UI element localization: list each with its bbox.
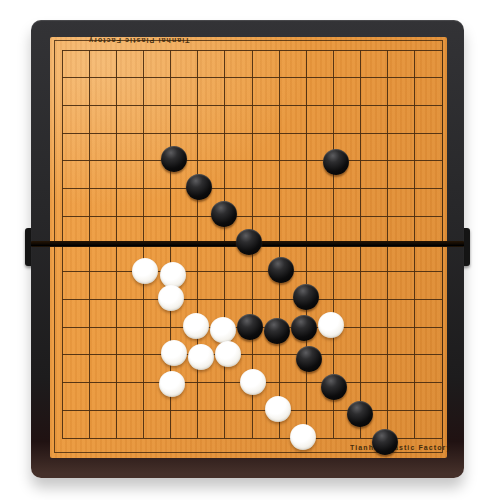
black-stone[interactable] xyxy=(372,429,398,455)
white-stone[interactable] xyxy=(318,312,344,338)
white-stone[interactable] xyxy=(158,285,184,311)
black-stone[interactable] xyxy=(264,318,290,344)
black-stone[interactable] xyxy=(237,314,263,340)
white-stone[interactable] xyxy=(160,262,186,288)
black-stone[interactable] xyxy=(268,257,294,283)
grid-line-h xyxy=(62,354,442,355)
black-stone[interactable] xyxy=(293,284,319,310)
black-stone[interactable] xyxy=(291,315,317,341)
white-stone[interactable] xyxy=(159,371,185,397)
black-stone[interactable] xyxy=(236,229,262,255)
black-stone[interactable] xyxy=(296,346,322,372)
black-stone[interactable] xyxy=(161,146,187,172)
white-stone[interactable] xyxy=(210,317,236,343)
white-stone[interactable] xyxy=(290,424,316,450)
white-stone[interactable] xyxy=(265,396,291,422)
black-stone[interactable] xyxy=(347,401,373,427)
white-stone[interactable] xyxy=(161,340,187,366)
black-stone[interactable] xyxy=(211,201,237,227)
white-stone[interactable] xyxy=(188,344,214,370)
white-stone[interactable] xyxy=(215,341,241,367)
white-stone[interactable] xyxy=(240,369,266,395)
product-photo: Tianhai Plastic Factory Tianhai Plastic … xyxy=(0,0,495,500)
black-stone[interactable] xyxy=(323,149,349,175)
black-stone[interactable] xyxy=(321,374,347,400)
grid-line-h xyxy=(62,299,442,300)
white-stone[interactable] xyxy=(183,313,209,339)
brand-label-top: Tianhai Plastic Factory xyxy=(88,37,189,44)
grid-line-h xyxy=(62,410,442,411)
brand-label-bottom: Tianhai Plastic Factory xyxy=(350,444,451,451)
grid-line-h xyxy=(62,271,442,272)
black-stone[interactable] xyxy=(186,174,212,200)
board-surface: Tianhai Plastic Factory Tianhai Plastic … xyxy=(50,37,447,458)
white-stone[interactable] xyxy=(132,258,158,284)
